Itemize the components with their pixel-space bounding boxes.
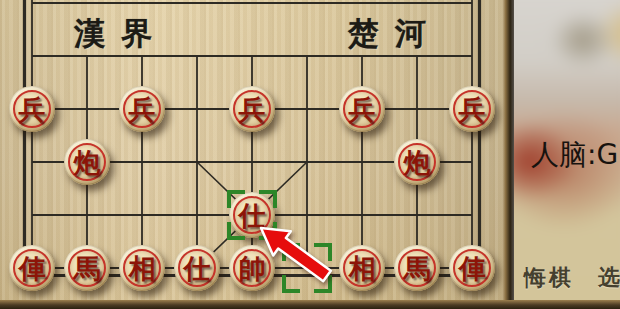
side-panel: 人脑:Gu 悔棋 选 [514,0,620,309]
move-arrow-icon [0,0,514,309]
board-bottom-edge [0,300,620,309]
panel-actions: 悔棋 选 [514,263,620,293]
xiangqi-board[interactable]: 漢界 楚河 兵兵兵兵兵炮炮仕俥馬相仕帥相馬俥 [0,0,514,309]
app-window: 漢界 楚河 兵兵兵兵兵炮炮仕俥馬相仕帥相馬俥 人脑:Gu 悔棋 选 [0,0,620,309]
opponent-label: 人脑:Gu [531,136,620,174]
undo-move-button[interactable]: 悔棋 [524,263,574,293]
choose-button[interactable]: 选 [598,263,620,293]
